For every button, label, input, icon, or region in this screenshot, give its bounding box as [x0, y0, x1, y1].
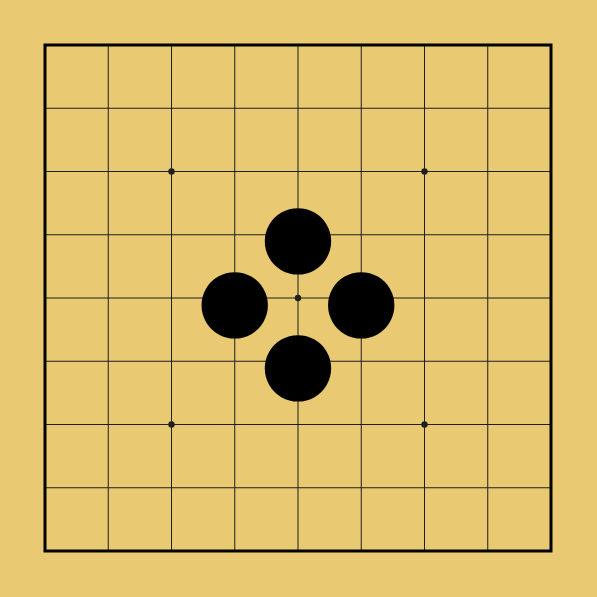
intersection-c6[interactable] — [140, 203, 203, 266]
intersection-g1[interactable] — [393, 519, 456, 582]
intersection-c5[interactable] — [140, 266, 203, 329]
intersection-e7[interactable] — [266, 140, 329, 203]
intersection-f4[interactable] — [330, 330, 393, 393]
intersection-a8[interactable] — [13, 77, 76, 140]
intersection-h1[interactable] — [456, 519, 519, 582]
intersection-a9[interactable] — [13, 13, 76, 76]
intersection-h9[interactable] — [456, 13, 519, 76]
intersection-d8[interactable] — [203, 77, 266, 140]
intersection-f1[interactable] — [330, 519, 393, 582]
intersection-g7[interactable] — [393, 140, 456, 203]
intersection-a6[interactable] — [13, 203, 76, 266]
intersection-c8[interactable] — [140, 77, 203, 140]
intersection-h2[interactable] — [456, 456, 519, 519]
intersection-g2[interactable] — [393, 456, 456, 519]
intersection-c1[interactable] — [140, 519, 203, 582]
intersection-h8[interactable] — [456, 77, 519, 140]
intersection-d4[interactable] — [203, 330, 266, 393]
intersection-a7[interactable] — [13, 140, 76, 203]
intersection-a3[interactable] — [13, 393, 76, 456]
intersection-h7[interactable] — [456, 140, 519, 203]
intersection-h5[interactable] — [456, 266, 519, 329]
intersection-j2[interactable] — [519, 456, 582, 519]
intersection-g4[interactable] — [393, 330, 456, 393]
intersection-d6[interactable] — [203, 203, 266, 266]
intersection-e4[interactable]: ● — [266, 330, 329, 393]
intersection-h4[interactable] — [456, 330, 519, 393]
intersection-e1[interactable] — [266, 519, 329, 582]
intersection-b4[interactable] — [77, 330, 140, 393]
intersection-b2[interactable] — [77, 456, 140, 519]
intersection-j1[interactable] — [519, 519, 582, 582]
intersection-g5[interactable] — [393, 266, 456, 329]
intersection-g9[interactable] — [393, 13, 456, 76]
black-stone: ● — [323, 255, 399, 342]
intersection-f9[interactable] — [330, 13, 393, 76]
intersection-b7[interactable] — [77, 140, 140, 203]
intersection-d7[interactable] — [203, 140, 266, 203]
intersection-c3[interactable] — [140, 393, 203, 456]
intersection-g3[interactable] — [393, 393, 456, 456]
intersection-h3[interactable] — [456, 393, 519, 456]
intersection-b5[interactable] — [77, 266, 140, 329]
intersection-d5[interactable]: ● — [203, 266, 266, 329]
intersection-e6[interactable]: ● — [266, 203, 329, 266]
intersection-b3[interactable] — [77, 393, 140, 456]
intersection-f6[interactable] — [330, 203, 393, 266]
intersection-e8[interactable] — [266, 77, 329, 140]
intersection-c2[interactable] — [140, 456, 203, 519]
intersection-j6[interactable] — [519, 203, 582, 266]
intersection-b8[interactable] — [77, 77, 140, 140]
intersection-d3[interactable] — [203, 393, 266, 456]
intersection-j4[interactable] — [519, 330, 582, 393]
intersection-a2[interactable] — [13, 456, 76, 519]
intersection-b6[interactable] — [77, 203, 140, 266]
intersection-d2[interactable] — [203, 456, 266, 519]
intersection-c4[interactable] — [140, 330, 203, 393]
intersection-f5[interactable]: ● — [330, 266, 393, 329]
go-board: ●●●● — [0, 0, 597, 597]
intersection-d1[interactable] — [203, 519, 266, 582]
intersection-d9[interactable] — [203, 13, 266, 76]
intersection-b1[interactable] — [77, 519, 140, 582]
intersection-j9[interactable] — [519, 13, 582, 76]
intersection-j8[interactable] — [519, 77, 582, 140]
black-stone: ● — [260, 191, 336, 278]
board-intersections: ●●●● — [13, 13, 582, 582]
intersection-g6[interactable] — [393, 203, 456, 266]
intersection-a4[interactable] — [13, 330, 76, 393]
intersection-j5[interactable] — [519, 266, 582, 329]
intersection-f8[interactable] — [330, 77, 393, 140]
intersection-c7[interactable] — [140, 140, 203, 203]
intersection-e2[interactable] — [266, 456, 329, 519]
intersection-f3[interactable] — [330, 393, 393, 456]
intersection-e9[interactable] — [266, 13, 329, 76]
black-stone: ● — [197, 255, 273, 342]
intersection-j3[interactable] — [519, 393, 582, 456]
intersection-a5[interactable] — [13, 266, 76, 329]
intersection-e5[interactable] — [266, 266, 329, 329]
intersection-j7[interactable] — [519, 140, 582, 203]
intersection-a1[interactable] — [13, 519, 76, 582]
intersection-e3[interactable] — [266, 393, 329, 456]
intersection-g8[interactable] — [393, 77, 456, 140]
intersection-b9[interactable] — [77, 13, 140, 76]
intersection-h6[interactable] — [456, 203, 519, 266]
intersection-c9[interactable] — [140, 13, 203, 76]
intersection-f7[interactable] — [330, 140, 393, 203]
black-stone: ● — [260, 318, 336, 405]
intersection-f2[interactable] — [330, 456, 393, 519]
